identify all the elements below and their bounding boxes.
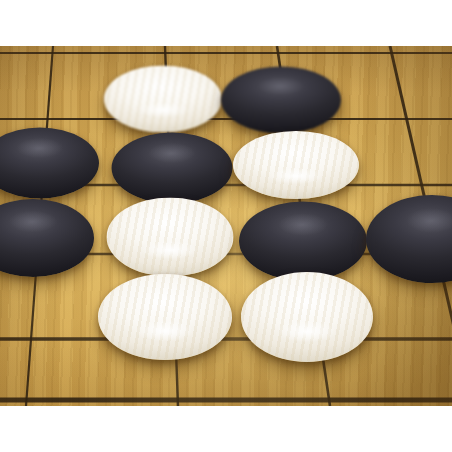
white-stone	[98, 274, 232, 360]
white-stone	[233, 131, 359, 199]
black-stone	[239, 202, 367, 281]
white-stone	[241, 272, 373, 362]
white-stone	[104, 66, 222, 133]
black-stone	[112, 133, 233, 204]
black-stone	[221, 67, 341, 134]
photo-frame	[0, 0, 452, 452]
white-stone	[107, 198, 234, 277]
go-board-photo	[0, 46, 452, 406]
